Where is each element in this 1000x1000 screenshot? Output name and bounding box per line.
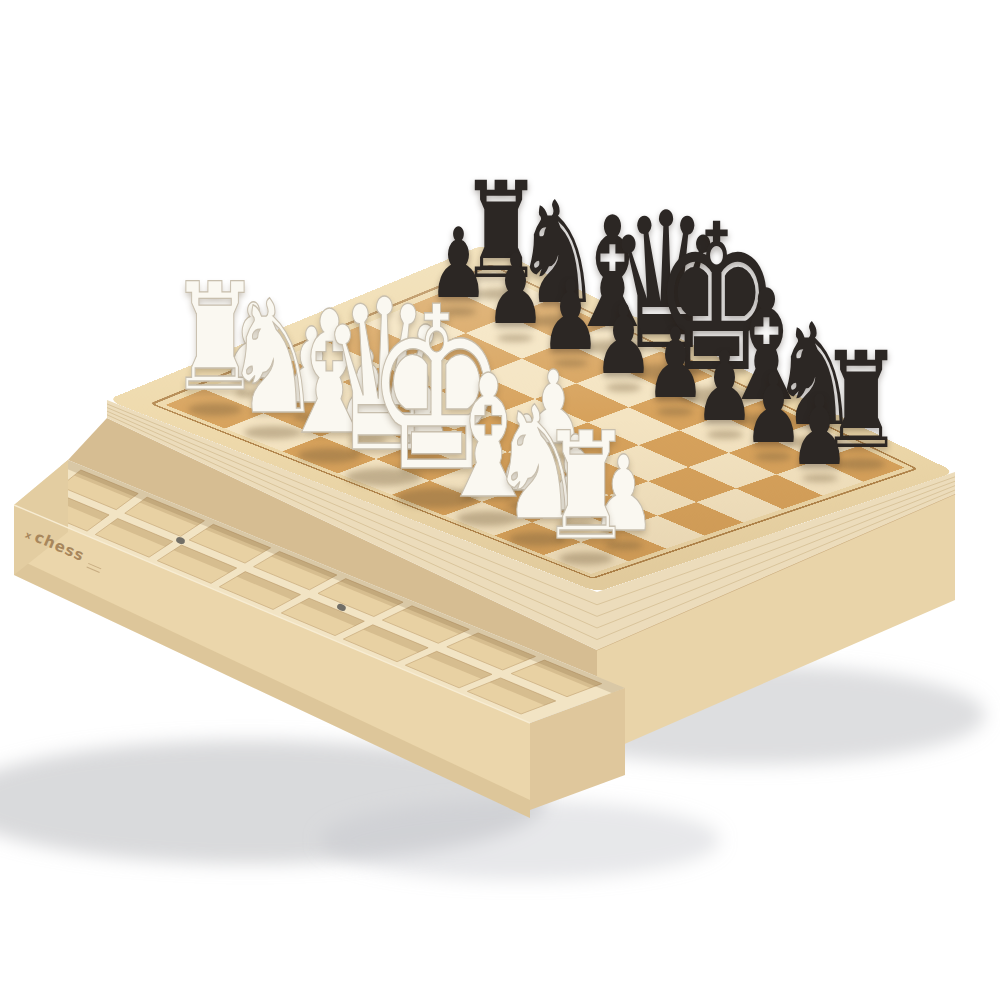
product-photo-stage: ♜♞♝♛♚♝♞♜♟♟♟♟♟♟♟♟♟♟♟♟♟♟♟♟♜♞♝♛♚♝♞♜ x chess — [0, 0, 1000, 1000]
